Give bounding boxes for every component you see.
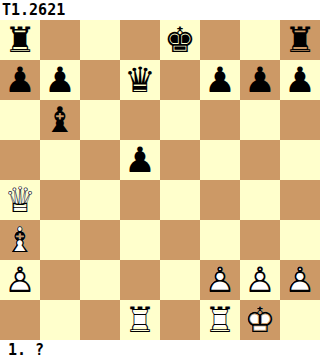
square-c6[interactable]	[80, 100, 120, 140]
square-c4[interactable]	[80, 180, 120, 220]
black-pawn-icon: ♟	[0, 60, 40, 100]
white-king-icon: ♔	[240, 300, 280, 340]
square-f7[interactable]: ♟	[200, 60, 240, 100]
square-e3[interactable]	[160, 220, 200, 260]
square-b4[interactable]	[40, 180, 80, 220]
square-e4[interactable]	[160, 180, 200, 220]
square-g8[interactable]	[240, 20, 280, 60]
square-a8[interactable]: ♜	[0, 20, 40, 60]
square-a4[interactable]: ♛♕	[0, 180, 40, 220]
square-d8[interactable]	[120, 20, 160, 60]
black-pawn: ♟	[200, 60, 240, 100]
black-pawn: ♟	[240, 60, 280, 100]
puzzle-id: T1.2621	[0, 0, 320, 20]
black-king: ♚	[160, 20, 200, 60]
square-f4[interactable]	[200, 180, 240, 220]
black-pawn: ♟	[0, 60, 40, 100]
square-g4[interactable]	[240, 180, 280, 220]
white-pawn: ♟♙	[280, 260, 320, 300]
square-h5[interactable]	[280, 140, 320, 180]
square-b6[interactable]: ♝	[40, 100, 80, 140]
square-f1[interactable]: ♜♖	[200, 300, 240, 340]
black-queen: ♛	[120, 60, 160, 100]
square-a2[interactable]: ♟♙	[0, 260, 40, 300]
square-b3[interactable]	[40, 220, 80, 260]
square-c3[interactable]	[80, 220, 120, 260]
black-bishop: ♝	[40, 100, 80, 140]
square-a3[interactable]: ♝♗	[0, 220, 40, 260]
square-g1[interactable]: ♚♔	[240, 300, 280, 340]
white-rook: ♜♖	[120, 300, 160, 340]
black-pawn-icon: ♟	[200, 60, 240, 100]
black-rook-icon: ♜	[280, 20, 320, 60]
square-e6[interactable]	[160, 100, 200, 140]
square-g3[interactable]	[240, 220, 280, 260]
white-bishop: ♝♗	[0, 220, 40, 260]
square-c2[interactable]	[80, 260, 120, 300]
white-rook: ♜♖	[200, 300, 240, 340]
square-h3[interactable]	[280, 220, 320, 260]
black-queen-icon: ♛	[120, 60, 160, 100]
square-f8[interactable]	[200, 20, 240, 60]
square-c5[interactable]	[80, 140, 120, 180]
chess-board: ♜♚♜♟♟♛♟♟♟♝♟♛♕♝♗♟♙♟♙♟♙♟♙♜♖♜♖♚♔	[0, 20, 320, 340]
black-bishop-icon: ♝	[40, 100, 80, 140]
white-pawn: ♟♙	[240, 260, 280, 300]
black-pawn: ♟	[280, 60, 320, 100]
square-f3[interactable]	[200, 220, 240, 260]
square-e8[interactable]: ♚	[160, 20, 200, 60]
square-b1[interactable]	[40, 300, 80, 340]
square-h7[interactable]: ♟	[280, 60, 320, 100]
square-g7[interactable]: ♟	[240, 60, 280, 100]
square-e5[interactable]	[160, 140, 200, 180]
square-g5[interactable]	[240, 140, 280, 180]
square-b7[interactable]: ♟	[40, 60, 80, 100]
square-e7[interactable]	[160, 60, 200, 100]
black-rook-icon: ♜	[0, 20, 40, 60]
white-pawn-icon: ♙	[280, 260, 320, 300]
black-pawn: ♟	[120, 140, 160, 180]
square-e2[interactable]	[160, 260, 200, 300]
white-king: ♚♔	[240, 300, 280, 340]
black-pawn: ♟	[40, 60, 80, 100]
square-f5[interactable]	[200, 140, 240, 180]
square-d4[interactable]	[120, 180, 160, 220]
square-d7[interactable]: ♛	[120, 60, 160, 100]
black-pawn-icon: ♟	[280, 60, 320, 100]
white-pawn-icon: ♙	[240, 260, 280, 300]
white-bishop-icon: ♗	[0, 220, 40, 260]
square-a5[interactable]	[0, 140, 40, 180]
square-f6[interactable]	[200, 100, 240, 140]
square-d1[interactable]: ♜♖	[120, 300, 160, 340]
square-g2[interactable]: ♟♙	[240, 260, 280, 300]
black-pawn-icon: ♟	[120, 140, 160, 180]
white-pawn-icon: ♙	[0, 260, 40, 300]
square-b5[interactable]	[40, 140, 80, 180]
white-queen: ♛♕	[0, 180, 40, 220]
square-a6[interactable]	[0, 100, 40, 140]
white-pawn: ♟♙	[0, 260, 40, 300]
square-d3[interactable]	[120, 220, 160, 260]
move-prompt: 1. ?	[0, 340, 320, 360]
black-king-icon: ♚	[160, 20, 200, 60]
black-pawn-icon: ♟	[240, 60, 280, 100]
black-rook: ♜	[280, 20, 320, 60]
white-queen-icon: ♕	[0, 180, 40, 220]
square-d2[interactable]	[120, 260, 160, 300]
square-h4[interactable]	[280, 180, 320, 220]
square-c1[interactable]	[80, 300, 120, 340]
square-a7[interactable]: ♟	[0, 60, 40, 100]
black-pawn-icon: ♟	[40, 60, 80, 100]
square-h2[interactable]: ♟♙	[280, 260, 320, 300]
square-g6[interactable]	[240, 100, 280, 140]
white-rook-icon: ♖	[200, 300, 240, 340]
black-rook: ♜	[0, 20, 40, 60]
square-c7[interactable]	[80, 60, 120, 100]
square-h8[interactable]: ♜	[280, 20, 320, 60]
square-h1[interactable]	[280, 300, 320, 340]
square-c8[interactable]	[80, 20, 120, 60]
square-f2[interactable]: ♟♙	[200, 260, 240, 300]
square-e1[interactable]	[160, 300, 200, 340]
square-h6[interactable]	[280, 100, 320, 140]
white-pawn-icon: ♙	[200, 260, 240, 300]
white-rook-icon: ♖	[120, 300, 160, 340]
square-d6[interactable]	[120, 100, 160, 140]
square-b8[interactable]	[40, 20, 80, 60]
white-pawn: ♟♙	[200, 260, 240, 300]
square-d5[interactable]: ♟	[120, 140, 160, 180]
square-a1[interactable]	[0, 300, 40, 340]
square-b2[interactable]	[40, 260, 80, 300]
